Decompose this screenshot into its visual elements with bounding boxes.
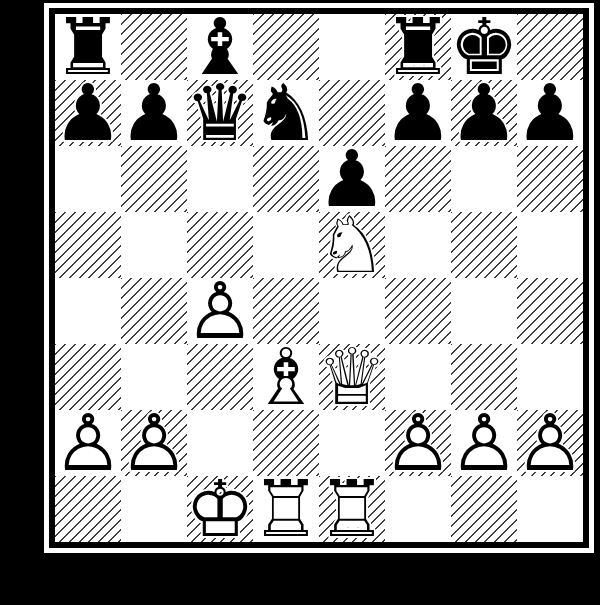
square-d2[interactable] [253, 410, 319, 476]
piece-black-king[interactable]: ♚ [451, 14, 517, 80]
piece-white-outline-layer: ♙ [187, 278, 253, 344]
piece-white-outline-layer: ♙ [451, 410, 517, 476]
piece-white-knight[interactable]: ♞♘ [319, 212, 385, 278]
square-a6[interactable] [55, 146, 121, 212]
piece-white-pawn[interactable]: ♟♙ [517, 410, 583, 476]
square-h5[interactable] [517, 212, 583, 278]
piece-black-pawn[interactable]: ♟ [385, 80, 451, 146]
piece-black-glyph-layer: ♛ [187, 80, 253, 146]
piece-white-pawn[interactable]: ♟♙ [121, 410, 187, 476]
square-f8[interactable]: ♜ [385, 14, 451, 80]
square-a3[interactable] [55, 344, 121, 410]
square-g6[interactable] [451, 146, 517, 212]
square-g8[interactable]: ♚ [451, 14, 517, 80]
square-e2[interactable] [319, 410, 385, 476]
piece-white-queen[interactable]: ♛♕ [319, 344, 385, 410]
square-a2[interactable]: ♟♙ [55, 410, 121, 476]
piece-white-outline-layer: ♙ [121, 410, 187, 476]
piece-white-fill-layer: ♜ [253, 476, 319, 542]
square-f7[interactable]: ♟ [385, 80, 451, 146]
square-a4[interactable] [55, 278, 121, 344]
square-d3[interactable]: ♝♗ [253, 344, 319, 410]
piece-white-pawn[interactable]: ♟♙ [385, 410, 451, 476]
square-c5[interactable] [187, 212, 253, 278]
piece-white-rook[interactable]: ♜♖ [319, 476, 385, 542]
piece-white-fill-layer: ♛ [319, 344, 385, 410]
board-frame: ♜♝♜♚♟♟♛♞♟♟♟♟♞♘♟♙♝♗♛♕♟♙♟♙♟♙♟♙♟♙♚♔♜♖♜♖ [44, 3, 594, 553]
square-c7[interactable]: ♛ [187, 80, 253, 146]
square-h8[interactable] [517, 14, 583, 80]
square-f5[interactable] [385, 212, 451, 278]
square-b2[interactable]: ♟♙ [121, 410, 187, 476]
piece-black-glyph-layer: ♚ [451, 14, 517, 80]
piece-white-king[interactable]: ♚♔ [187, 476, 253, 542]
piece-black-pawn[interactable]: ♟ [451, 80, 517, 146]
piece-white-fill-layer: ♟ [517, 410, 583, 476]
piece-white-outline-layer: ♔ [187, 476, 253, 542]
square-e4[interactable] [319, 278, 385, 344]
piece-black-glyph-layer: ♟ [385, 80, 451, 146]
piece-black-glyph-layer: ♟ [121, 80, 187, 146]
piece-white-fill-layer: ♟ [451, 410, 517, 476]
square-h2[interactable]: ♟♙ [517, 410, 583, 476]
square-a5[interactable] [55, 212, 121, 278]
square-a8[interactable]: ♜ [55, 14, 121, 80]
square-e1[interactable]: ♜♖ [319, 476, 385, 542]
piece-white-outline-layer: ♖ [319, 476, 385, 542]
piece-black-glyph-layer: ♟ [319, 146, 385, 212]
piece-white-fill-layer: ♚ [187, 476, 253, 542]
square-b1[interactable] [121, 476, 187, 542]
square-f6[interactable] [385, 146, 451, 212]
piece-white-fill-layer: ♟ [187, 278, 253, 344]
square-c2[interactable] [187, 410, 253, 476]
square-d4[interactable] [253, 278, 319, 344]
square-b3[interactable] [121, 344, 187, 410]
piece-white-fill-layer: ♟ [385, 410, 451, 476]
piece-white-outline-layer: ♙ [55, 410, 121, 476]
square-d6[interactable] [253, 146, 319, 212]
square-h3[interactable] [517, 344, 583, 410]
square-e7[interactable] [319, 80, 385, 146]
square-e3[interactable]: ♛♕ [319, 344, 385, 410]
square-g7[interactable]: ♟ [451, 80, 517, 146]
square-a1[interactable] [55, 476, 121, 542]
square-b4[interactable] [121, 278, 187, 344]
square-e6[interactable]: ♟ [319, 146, 385, 212]
board-border: ♜♝♜♚♟♟♛♞♟♟♟♟♞♘♟♙♝♗♛♕♟♙♟♙♟♙♟♙♟♙♚♔♜♖♜♖ [49, 8, 589, 548]
square-c1[interactable]: ♚♔ [187, 476, 253, 542]
piece-black-pawn[interactable]: ♟ [55, 80, 121, 146]
piece-white-outline-layer: ♗ [253, 344, 319, 410]
piece-black-rook[interactable]: ♜ [55, 14, 121, 80]
square-g5[interactable] [451, 212, 517, 278]
piece-white-outline-layer: ♕ [319, 344, 385, 410]
square-h7[interactable]: ♟ [517, 80, 583, 146]
square-f4[interactable] [385, 278, 451, 344]
square-c6[interactable] [187, 146, 253, 212]
square-b8[interactable] [121, 14, 187, 80]
piece-black-queen[interactable]: ♛ [187, 80, 253, 146]
square-e8[interactable] [319, 14, 385, 80]
piece-white-outline-layer: ♙ [517, 410, 583, 476]
piece-white-pawn[interactable]: ♟♙ [451, 410, 517, 476]
square-b5[interactable] [121, 212, 187, 278]
piece-white-pawn[interactable]: ♟♙ [187, 278, 253, 344]
piece-black-pawn[interactable]: ♟ [121, 80, 187, 146]
piece-white-bishop[interactable]: ♝♗ [253, 344, 319, 410]
piece-white-outline-layer: ♘ [319, 212, 385, 278]
square-d7[interactable]: ♞ [253, 80, 319, 146]
square-h4[interactable] [517, 278, 583, 344]
square-f1[interactable] [385, 476, 451, 542]
square-b6[interactable] [121, 146, 187, 212]
square-d1[interactable]: ♜♖ [253, 476, 319, 542]
piece-white-fill-layer: ♟ [121, 410, 187, 476]
piece-black-rook[interactable]: ♜ [385, 14, 451, 80]
square-c8[interactable]: ♝ [187, 14, 253, 80]
piece-black-pawn[interactable]: ♟ [517, 80, 583, 146]
piece-black-glyph-layer: ♟ [55, 80, 121, 146]
piece-black-glyph-layer: ♜ [55, 14, 121, 80]
piece-black-pawn[interactable]: ♟ [319, 146, 385, 212]
square-g3[interactable] [451, 344, 517, 410]
square-b7[interactable]: ♟ [121, 80, 187, 146]
square-a7[interactable]: ♟ [55, 80, 121, 146]
square-h1[interactable] [517, 476, 583, 542]
piece-white-rook[interactable]: ♜♖ [253, 476, 319, 542]
square-c3[interactable] [187, 344, 253, 410]
piece-black-knight[interactable]: ♞ [253, 80, 319, 146]
piece-white-pawn[interactable]: ♟♙ [55, 410, 121, 476]
square-h6[interactable] [517, 146, 583, 212]
square-g1[interactable] [451, 476, 517, 542]
piece-white-fill-layer: ♜ [319, 476, 385, 542]
piece-black-glyph-layer: ♝ [187, 14, 253, 80]
piece-black-glyph-layer: ♞ [253, 80, 319, 146]
diagram-background: ♜♝♜♚♟♟♛♞♟♟♟♟♞♘♟♙♝♗♛♕♟♙♟♙♟♙♟♙♟♙♚♔♜♖♜♖ [0, 0, 600, 605]
square-f2[interactable]: ♟♙ [385, 410, 451, 476]
piece-black-bishop[interactable]: ♝ [187, 14, 253, 80]
square-g4[interactable] [451, 278, 517, 344]
piece-white-fill-layer: ♟ [55, 410, 121, 476]
square-f3[interactable] [385, 344, 451, 410]
piece-white-fill-layer: ♞ [319, 212, 385, 278]
piece-black-glyph-layer: ♟ [451, 80, 517, 146]
square-c4[interactable]: ♟♙ [187, 278, 253, 344]
piece-black-glyph-layer: ♜ [385, 14, 451, 80]
square-d5[interactable] [253, 212, 319, 278]
square-d8[interactable] [253, 14, 319, 80]
square-e5[interactable]: ♞♘ [319, 212, 385, 278]
piece-black-glyph-layer: ♟ [517, 80, 583, 146]
chess-board: ♜♝♜♚♟♟♛♞♟♟♟♟♞♘♟♙♝♗♛♕♟♙♟♙♟♙♟♙♟♙♚♔♜♖♜♖ [55, 14, 583, 542]
square-g2[interactable]: ♟♙ [451, 410, 517, 476]
piece-white-fill-layer: ♝ [253, 344, 319, 410]
piece-white-outline-layer: ♖ [253, 476, 319, 542]
piece-white-outline-layer: ♙ [385, 410, 451, 476]
